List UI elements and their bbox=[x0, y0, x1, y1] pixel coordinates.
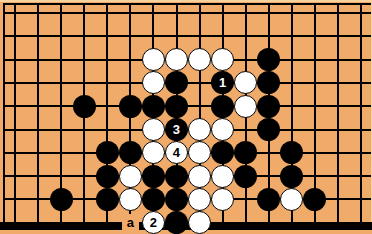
white-stone bbox=[211, 188, 234, 211]
white-stone bbox=[211, 165, 234, 188]
move-3-stone-black: 3 bbox=[165, 118, 188, 141]
black-stone bbox=[96, 188, 119, 211]
black-stone bbox=[234, 141, 257, 164]
black-stone bbox=[280, 141, 303, 164]
black-stone bbox=[142, 188, 165, 211]
black-stone bbox=[165, 188, 188, 211]
black-stone bbox=[73, 95, 96, 118]
white-stone bbox=[280, 188, 303, 211]
white-stone bbox=[188, 165, 211, 188]
black-stone bbox=[257, 71, 280, 94]
black-stone bbox=[142, 165, 165, 188]
white-stone bbox=[211, 118, 234, 141]
black-stone bbox=[165, 165, 188, 188]
black-stone bbox=[119, 95, 142, 118]
black-stone bbox=[234, 165, 257, 188]
white-stone bbox=[188, 118, 211, 141]
go-board: 1342a bbox=[0, 0, 372, 234]
white-stone bbox=[234, 95, 257, 118]
white-stone bbox=[119, 188, 142, 211]
black-stone bbox=[96, 165, 119, 188]
black-stone bbox=[96, 141, 119, 164]
black-stone bbox=[211, 95, 234, 118]
black-stone bbox=[165, 211, 188, 234]
white-stone bbox=[188, 48, 211, 71]
white-stone bbox=[119, 165, 142, 188]
black-stone bbox=[165, 71, 188, 94]
white-stone bbox=[142, 141, 165, 164]
white-stone bbox=[188, 141, 211, 164]
black-stone bbox=[142, 95, 165, 118]
black-stone bbox=[257, 118, 280, 141]
black-stone bbox=[119, 141, 142, 164]
white-stone bbox=[211, 48, 234, 71]
black-stone bbox=[50, 188, 73, 211]
black-stone bbox=[257, 95, 280, 118]
white-stone bbox=[142, 48, 165, 71]
board-stones-layer: 1342a bbox=[4, 1, 372, 234]
move-4-stone-white: 4 bbox=[165, 141, 188, 164]
move-1-stone-black: 1 bbox=[211, 71, 234, 94]
white-stone bbox=[188, 188, 211, 211]
point-label-a: a bbox=[122, 214, 139, 231]
black-stone bbox=[257, 48, 280, 71]
move-2-stone-white: 2 bbox=[142, 211, 165, 234]
white-stone bbox=[234, 71, 257, 94]
black-stone bbox=[211, 141, 234, 164]
white-stone bbox=[165, 48, 188, 71]
white-stone bbox=[188, 211, 211, 234]
black-stone bbox=[280, 165, 303, 188]
black-stone bbox=[257, 188, 280, 211]
white-stone bbox=[142, 118, 165, 141]
black-stone bbox=[303, 188, 326, 211]
black-stone bbox=[165, 95, 188, 118]
white-stone bbox=[142, 71, 165, 94]
